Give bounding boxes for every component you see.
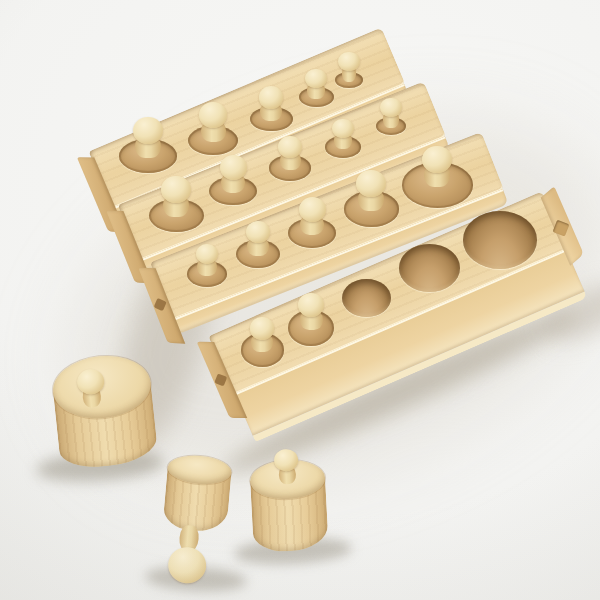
cylinder-knob-ball — [220, 155, 247, 180]
cylinder-knob-ball — [422, 146, 451, 173]
cylinder-knob-ball — [332, 119, 353, 139]
cylinder-knob-ball — [199, 102, 227, 128]
cylinder-knob-ball — [356, 170, 385, 197]
block-4-empty-hole-5 — [463, 211, 537, 269]
loose-cylinder-medium-inverted-knob-ball — [167, 546, 208, 585]
product-photo-montessori-cylinder-blocks — [0, 0, 600, 600]
cylinder-knob-ball — [278, 136, 302, 158]
loose-cylinder-small — [245, 436, 335, 556]
cylinder-knob-ball — [299, 197, 326, 222]
block-4-empty-hole-3 — [342, 279, 391, 317]
loose-cylinder-large — [45, 325, 163, 471]
block-4-empty-hole-4 — [399, 244, 460, 292]
cylinder-knob-ball — [259, 86, 283, 108]
cylinder-knob-ball — [338, 52, 359, 72]
loose-cylinder-medium-inverted — [146, 448, 250, 595]
cylinder-knob-ball — [298, 293, 324, 317]
cylinder-knob-ball — [250, 317, 274, 339]
cylinder-knob-ball — [380, 98, 401, 118]
cylinder-knob-ball — [161, 176, 190, 203]
cylinder-knob-ball — [133, 117, 162, 144]
cylinder-knob-ball — [305, 69, 326, 89]
